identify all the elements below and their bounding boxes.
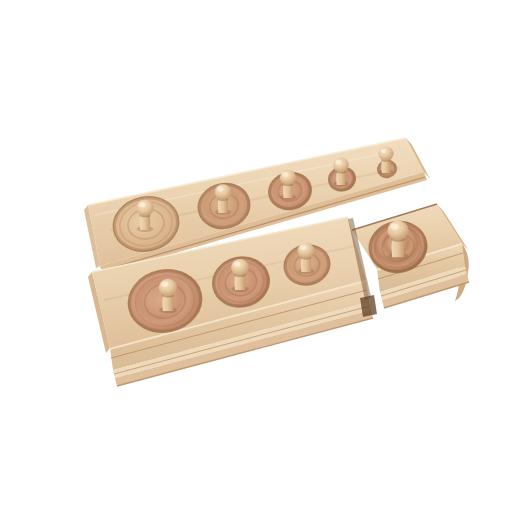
seam-notch <box>360 295 377 317</box>
product-photo <box>0 0 520 520</box>
cylinder-blocks-scene <box>0 0 520 520</box>
